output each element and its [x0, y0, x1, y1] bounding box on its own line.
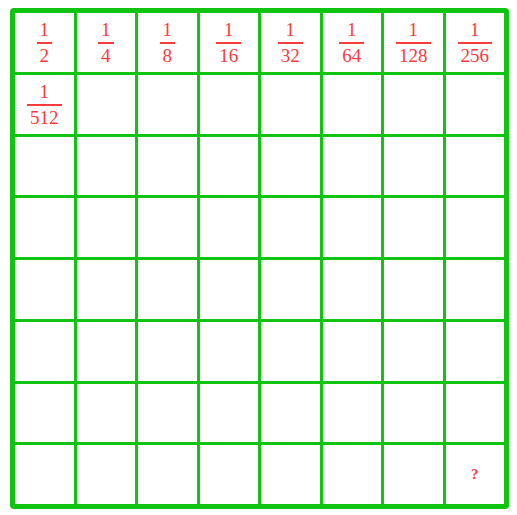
grid-cell-r7c5 — [261, 384, 320, 443]
grid-cell-r3c3 — [138, 137, 197, 196]
grid-cell-r7c7 — [384, 384, 443, 443]
grid-cell-r1c4: 116 — [200, 13, 259, 72]
grid-cell-r5c5 — [261, 260, 320, 319]
fraction-bar — [37, 42, 53, 44]
grid-cell-r2c1: 1512 — [15, 75, 74, 134]
fraction-1-over-256: 1256 — [458, 20, 493, 65]
grid-cell-r1c8: 1256 — [446, 13, 505, 72]
grid-cell-r2c7 — [384, 75, 443, 134]
fraction-1-over-4: 14 — [98, 20, 114, 65]
fraction-bar — [396, 42, 431, 44]
grid-cell-r6c2 — [77, 322, 136, 381]
fraction-numerator: 1 — [467, 20, 483, 39]
grid-cell-r2c3 — [138, 75, 197, 134]
grid-cell-r4c5 — [261, 198, 320, 257]
fraction-1-over-128: 1128 — [396, 20, 431, 65]
grid-cell-r8c5 — [261, 445, 320, 504]
grid-cell-r5c7 — [384, 260, 443, 319]
fraction-bar — [98, 42, 114, 44]
fraction-bar — [160, 42, 176, 44]
grid-cell-r6c1 — [15, 322, 74, 381]
grid-cell-r1c2: 14 — [77, 13, 136, 72]
fraction-1-over-8: 18 — [160, 20, 176, 65]
grid-cell-r7c2 — [77, 384, 136, 443]
grid-cell-r4c2 — [77, 198, 136, 257]
grid-cell-r5c4 — [200, 260, 259, 319]
grid-cell-r6c3 — [138, 322, 197, 381]
grid-cell-r8c7 — [384, 445, 443, 504]
grid-cell-r4c6 — [323, 198, 382, 257]
grid-cell-r4c1 — [15, 198, 74, 257]
fraction-bar — [216, 42, 241, 44]
grid-cell-r1c1: 12 — [15, 13, 74, 72]
grid-cell-r8c1 — [15, 445, 74, 504]
grid-cell-r3c2 — [77, 137, 136, 196]
fraction-numerator: 1 — [98, 20, 114, 39]
grid-cell-r1c3: 18 — [138, 13, 197, 72]
grid-cell-r8c2 — [77, 445, 136, 504]
fraction-denominator: 8 — [160, 46, 176, 65]
grid-cell-r3c8 — [446, 137, 505, 196]
fraction-bar — [278, 42, 303, 44]
fraction-numerator: 1 — [344, 20, 360, 39]
fraction-1-over-2: 12 — [37, 20, 53, 65]
fraction-denominator: 2 — [37, 46, 53, 65]
puzzle-grid: 121418116132164112812561512? — [10, 8, 509, 509]
grid-cell-r3c7 — [384, 137, 443, 196]
fraction-numerator: 1 — [283, 20, 299, 39]
fraction-1-over-32: 132 — [278, 20, 303, 65]
fraction-denominator: 16 — [216, 46, 241, 65]
grid-cell-r2c4 — [200, 75, 259, 134]
grid-cell-r1c5: 132 — [261, 13, 320, 72]
grid-cell-r6c5 — [261, 322, 320, 381]
fraction-1-over-64: 164 — [339, 20, 364, 65]
fraction-numerator: 1 — [37, 20, 53, 39]
grid-cell-r3c1 — [15, 137, 74, 196]
fraction-1-over-16: 116 — [216, 20, 241, 65]
grid-cell-r1c7: 1128 — [384, 13, 443, 72]
grid-cell-r7c1 — [15, 384, 74, 443]
grid-cell-r3c6 — [323, 137, 382, 196]
fraction-numerator: 1 — [221, 20, 237, 39]
fraction-bar — [458, 42, 493, 44]
grid-cell-r4c7 — [384, 198, 443, 257]
fraction-bar — [339, 42, 364, 44]
fraction-denominator: 4 — [98, 46, 114, 65]
question-mark: ? — [471, 467, 479, 482]
grid-cell-r2c2 — [77, 75, 136, 134]
grid-cell-r2c5 — [261, 75, 320, 134]
grid-cell-r4c8 — [446, 198, 505, 257]
fraction-denominator: 64 — [339, 46, 364, 65]
fraction-denominator: 32 — [278, 46, 303, 65]
puzzle-page: 121418116132164112812561512? — [0, 0, 517, 515]
grid-cell-r2c8 — [446, 75, 505, 134]
grid-cell-r2c6 — [323, 75, 382, 134]
grid-cell-r6c4 — [200, 322, 259, 381]
grid-cell-r5c2 — [77, 260, 136, 319]
grid-cell-r7c6 — [323, 384, 382, 443]
grid-cell-r7c3 — [138, 384, 197, 443]
grid-cell-r8c3 — [138, 445, 197, 504]
fraction-1-over-512: 1512 — [27, 82, 62, 127]
grid-cell-r7c8 — [446, 384, 505, 443]
grid-cell-r5c6 — [323, 260, 382, 319]
grid-cell-r8c8: ? — [446, 445, 505, 504]
fraction-denominator: 128 — [396, 46, 431, 65]
grid-cell-r3c4 — [200, 137, 259, 196]
fraction-denominator: 512 — [27, 108, 62, 127]
grid-cell-r6c7 — [384, 322, 443, 381]
fraction-numerator: 1 — [160, 20, 176, 39]
fraction-denominator: 256 — [458, 46, 493, 65]
grid-cell-r5c8 — [446, 260, 505, 319]
grid-cell-r6c8 — [446, 322, 505, 381]
fraction-numerator: 1 — [406, 20, 422, 39]
grid-cell-r3c5 — [261, 137, 320, 196]
fraction-bar — [27, 104, 62, 106]
grid-cell-r5c1 — [15, 260, 74, 319]
grid-cell-r1c6: 164 — [323, 13, 382, 72]
grid-cell-r8c6 — [323, 445, 382, 504]
grid-cell-r8c4 — [200, 445, 259, 504]
grid-cell-r4c4 — [200, 198, 259, 257]
fraction-numerator: 1 — [37, 82, 53, 101]
grid-cell-r4c3 — [138, 198, 197, 257]
grid-cell-r7c4 — [200, 384, 259, 443]
grid-cell-r6c6 — [323, 322, 382, 381]
grid-cell-r5c3 — [138, 260, 197, 319]
